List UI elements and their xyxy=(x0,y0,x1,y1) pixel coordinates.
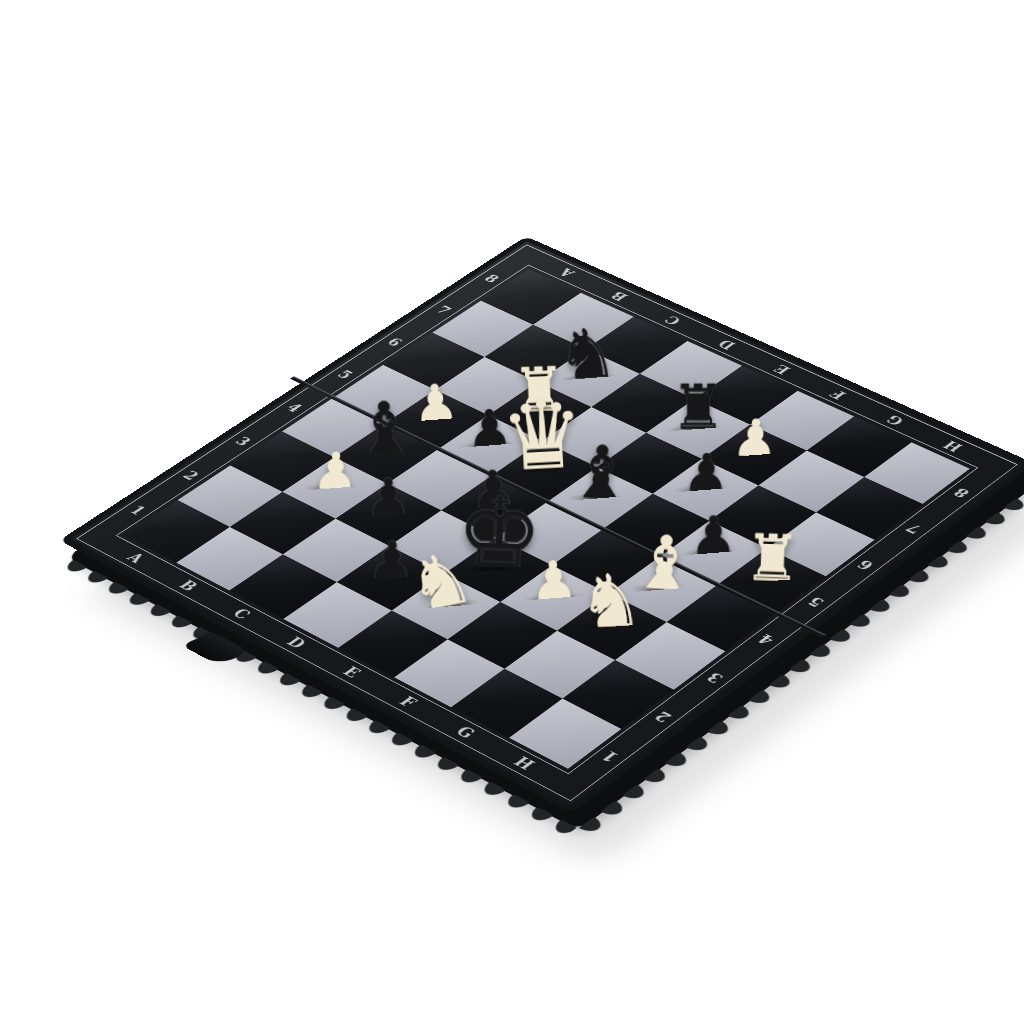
piece-white-rook-h5[interactable]: ♜ xyxy=(725,481,821,591)
piece-white-knight-g3[interactable]: ♞ xyxy=(562,525,659,636)
chess-board: ABCDEFGH ABCDEFGH 87654321 87654321 ♞♜♟♜… xyxy=(59,236,1024,813)
product-photo-scene: ABCDEFGH ABCDEFGH 87654321 87654321 ♞♜♟♜… xyxy=(0,0,1024,1024)
